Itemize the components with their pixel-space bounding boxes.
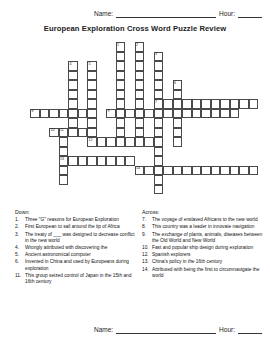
- grid-cell[interactable]: [68, 80, 78, 90]
- name-label: Name:: [94, 326, 113, 334]
- hour-label: Hour:: [219, 326, 235, 334]
- grid-cell[interactable]: [116, 90, 126, 100]
- clue-number: 1: [117, 43, 119, 47]
- clue-number: 4: [70, 62, 72, 66]
- grid-cell[interactable]: [59, 109, 69, 119]
- clue-item-number: 2.: [15, 224, 25, 230]
- grid-cell[interactable]: [68, 90, 78, 100]
- grid-cell[interactable]: [182, 99, 192, 109]
- grid-cell[interactable]: [68, 71, 78, 81]
- clue-item: 2.First European to sail around the tip …: [15, 224, 137, 230]
- name-blank-line[interactable]: [116, 10, 216, 18]
- down-header: Down:: [15, 209, 137, 215]
- clue-item-text: First European to sail around the tip of…: [25, 224, 137, 230]
- grid-cell[interactable]: [87, 99, 97, 109]
- grid-cell[interactable]: [154, 71, 164, 81]
- grid-cell[interactable]: [163, 99, 173, 109]
- grid-cell[interactable]: [144, 137, 154, 147]
- grid-cell[interactable]: [87, 71, 97, 81]
- clue-item: 4.Wrongly attributed with discovering th…: [15, 245, 137, 251]
- grid-cell[interactable]: [116, 52, 126, 62]
- grid-cell[interactable]: [78, 156, 88, 166]
- grid-cell[interactable]: [239, 99, 249, 109]
- grid-cell[interactable]: 9: [106, 109, 116, 119]
- grid-cell[interactable]: [144, 166, 154, 176]
- crossword-grid: 1234567891011121314: [30, 42, 260, 196]
- clue-number: 9: [108, 109, 110, 113]
- clue-item-number: 11.: [15, 273, 25, 285]
- grid-cell[interactable]: [192, 109, 202, 119]
- grid-cell[interactable]: [49, 109, 59, 119]
- clue-number: 5: [89, 62, 91, 66]
- grid-cell[interactable]: [116, 137, 126, 147]
- grid-cell[interactable]: [40, 109, 50, 119]
- clue-item-text: Ancient astronomical computer: [25, 252, 137, 258]
- clue-item-number: 13.: [142, 259, 152, 265]
- clue-item-text: This country was a leader in innovate na…: [152, 224, 264, 230]
- clue-number: 14: [136, 166, 140, 170]
- grid-cell[interactable]: [163, 166, 173, 176]
- grid-cell[interactable]: 5: [87, 61, 97, 71]
- clue-item-text: The voyage of enslaved Africans to the n…: [152, 217, 264, 223]
- grid-cell[interactable]: [68, 118, 78, 128]
- grid-cell[interactable]: [116, 80, 126, 90]
- clue-item-number: 4.: [15, 245, 25, 251]
- down-clues-section: Down: 1.Three "G" reasons for European E…: [15, 209, 137, 286]
- grid-cell[interactable]: [230, 166, 240, 176]
- grid-cell[interactable]: [201, 166, 211, 176]
- down-clue-list: 1.Three "G" reasons for European Explora…: [15, 217, 137, 285]
- grid-cell[interactable]: [68, 128, 78, 138]
- clue-item-number: 3.: [15, 232, 25, 244]
- clue-item: 3.The treaty of ___ was designed to decr…: [15, 232, 137, 244]
- clue-item: 8.This country was a leader in innovate …: [142, 224, 264, 230]
- clue-item: 10.Fast and popular ship design during e…: [142, 245, 264, 251]
- grid-cell[interactable]: 11: [59, 128, 69, 138]
- grid-cell[interactable]: [201, 99, 211, 109]
- header-id-line: Name: Hour:: [0, 10, 262, 18]
- across-clue-list: 7.The voyage of enslaved Africans to the…: [142, 217, 264, 279]
- clue-number: 3: [155, 52, 157, 56]
- grid-cell[interactable]: [135, 137, 145, 147]
- name-label: Name:: [94, 10, 113, 18]
- grid-cell[interactable]: [135, 118, 145, 128]
- grid-cell[interactable]: [230, 109, 240, 119]
- clue-number: 12: [89, 138, 93, 142]
- worksheet-page: Name: Hour: European Exploration Cross W…: [0, 0, 270, 350]
- grid-cell[interactable]: [87, 156, 97, 166]
- grid-cell[interactable]: [59, 175, 69, 185]
- grid-cell[interactable]: [78, 109, 88, 119]
- grid-cell[interactable]: [135, 80, 145, 90]
- clue-item-text: The treaty of ___ was designed to decrea…: [25, 232, 137, 244]
- grid-cell[interactable]: [154, 137, 164, 147]
- grid-cell[interactable]: [163, 109, 173, 119]
- grid-cell[interactable]: 13: [59, 156, 69, 166]
- clue-item: 12.Spanish explorers: [142, 252, 264, 258]
- clue-item-text: This group seized control of Japan in th…: [25, 273, 137, 285]
- grid-cell[interactable]: [192, 99, 202, 109]
- clue-item-text: The exchange of plants, animals, disease…: [152, 232, 264, 244]
- grid-cell[interactable]: [116, 156, 126, 166]
- grid-cell[interactable]: [220, 99, 230, 109]
- grid-cell[interactable]: [87, 109, 97, 119]
- grid-cell[interactable]: [68, 156, 78, 166]
- clue-item: 11.This group seized control of Japan in…: [15, 273, 137, 285]
- grid-cell[interactable]: [116, 99, 126, 109]
- grid-cell[interactable]: [135, 61, 145, 71]
- grid-cell[interactable]: [97, 137, 107, 147]
- grid-cell[interactable]: [116, 128, 126, 138]
- grid-cell[interactable]: [154, 109, 164, 119]
- grid-cell[interactable]: [106, 156, 116, 166]
- clue-item-text: Fast and popular ship design during expl…: [152, 245, 264, 251]
- grid-cell[interactable]: [173, 109, 183, 119]
- grid-cell[interactable]: 1: [116, 42, 126, 52]
- grid-cell[interactable]: 10: [49, 128, 59, 138]
- grid-cell[interactable]: [125, 137, 135, 147]
- grid-cell[interactable]: [116, 109, 126, 119]
- grid-cell[interactable]: [97, 156, 107, 166]
- clue-item-text: Attributed with being the first to circu…: [152, 267, 264, 279]
- grid-cell[interactable]: [173, 118, 183, 128]
- grid-cell[interactable]: [211, 109, 221, 119]
- grid-cell[interactable]: 7: [154, 99, 164, 109]
- grid-cell[interactable]: [239, 166, 249, 176]
- grid-cell[interactable]: [135, 52, 145, 62]
- clue-item-number: 6.: [15, 259, 25, 271]
- clue-item: 1.Three "G" reasons for European Explora…: [15, 217, 137, 223]
- grid-cell[interactable]: 12: [87, 137, 97, 147]
- clue-number: 6: [174, 81, 176, 85]
- clue-item: 5.Ancient astronomical computer: [15, 252, 137, 258]
- grid-cell[interactable]: [154, 118, 164, 128]
- grid-cell[interactable]: [173, 166, 183, 176]
- clue-item-number: 12.: [142, 252, 152, 258]
- grid-cell[interactable]: [154, 61, 164, 71]
- grid-cell[interactable]: [201, 109, 211, 119]
- grid-cell[interactable]: [116, 61, 126, 71]
- across-clues-section: Across: 7.The voyage of enslaved African…: [142, 209, 264, 280]
- grid-cell[interactable]: 6: [173, 80, 183, 90]
- clue-item: 6.Invented in China and used by European…: [15, 259, 137, 271]
- hour-label: Hour:: [219, 10, 235, 18]
- clue-item: 7.The voyage of enslaved Africans to the…: [142, 217, 264, 223]
- grid-cell[interactable]: [116, 118, 126, 128]
- grid-cell[interactable]: [173, 99, 183, 109]
- clue-item-text: Invented in China and used by Europeans …: [25, 259, 137, 271]
- grid-cell[interactable]: [59, 147, 69, 157]
- grid-cell[interactable]: [135, 128, 145, 138]
- grid-cell[interactable]: [154, 80, 164, 90]
- grid-cell[interactable]: [154, 185, 164, 195]
- clue-item-number: 10.: [142, 245, 152, 251]
- grid-cell[interactable]: [68, 109, 78, 119]
- grid-cell[interactable]: [154, 90, 164, 100]
- clue-item-text: China's policy in the 16th century: [152, 259, 264, 265]
- grid-cell[interactable]: [125, 156, 135, 166]
- grid-cell[interactable]: [59, 166, 69, 176]
- grid-cell[interactable]: [135, 109, 145, 119]
- name-blank-line[interactable]: [116, 326, 216, 334]
- grid-cell[interactable]: [154, 147, 164, 157]
- clue-item: 9.The exchange of plants, animals, disea…: [142, 232, 264, 244]
- grid-cell[interactable]: [192, 166, 202, 176]
- clue-item-number: 5.: [15, 252, 25, 258]
- clue-item: 14.Attributed with being the first to ci…: [142, 267, 264, 279]
- grid-cell[interactable]: [211, 99, 221, 109]
- grid-cell[interactable]: [78, 128, 88, 138]
- grid-cell[interactable]: [173, 137, 183, 147]
- grid-cell[interactable]: 4: [68, 61, 78, 71]
- clue-item-text: Spanish explorers: [152, 252, 264, 258]
- grid-cell[interactable]: [144, 109, 154, 119]
- grid-cell[interactable]: [230, 99, 240, 109]
- grid-cell[interactable]: [249, 99, 259, 109]
- grid-cell[interactable]: [135, 90, 145, 100]
- grid-cell[interactable]: [182, 166, 192, 176]
- clue-item-text: Three "G" reasons for European Explorati…: [25, 217, 137, 223]
- clue-item-number: 1.: [15, 217, 25, 223]
- grid-cell[interactable]: [87, 90, 97, 100]
- clue-item-number: 14.: [142, 267, 152, 279]
- clue-item-number: 9.: [142, 232, 152, 244]
- grid-cell[interactable]: [220, 166, 230, 176]
- grid-cell[interactable]: [116, 71, 126, 81]
- grid-cell[interactable]: 8: [30, 109, 40, 119]
- clue-number: 11: [60, 128, 64, 132]
- grid-cell[interactable]: [87, 128, 97, 138]
- clue-item-number: 8.: [142, 224, 152, 230]
- grid-cell[interactable]: [135, 99, 145, 109]
- clue-number: 13: [60, 157, 64, 161]
- grid-cell[interactable]: [220, 109, 230, 119]
- grid-cell[interactable]: 3: [154, 52, 164, 62]
- grid-cell[interactable]: [154, 175, 164, 185]
- clue-number: 2: [136, 43, 138, 47]
- grid-cell[interactable]: [211, 166, 221, 176]
- grid-cell[interactable]: [68, 99, 78, 109]
- grid-cell[interactable]: [125, 109, 135, 119]
- grid-cell[interactable]: [173, 128, 183, 138]
- clue-item-number: 7.: [142, 217, 152, 223]
- grid-cell[interactable]: [135, 71, 145, 81]
- grid-cell[interactable]: [87, 80, 97, 90]
- hour-blank-line[interactable]: [238, 10, 262, 18]
- grid-cell[interactable]: [173, 90, 183, 100]
- across-header: Across:: [142, 209, 264, 215]
- grid-cell[interactable]: [154, 156, 164, 166]
- grid-cell[interactable]: [249, 166, 259, 176]
- clue-number: 8: [32, 109, 34, 113]
- grid-cell[interactable]: [87, 118, 97, 128]
- grid-cell[interactable]: 14: [135, 166, 145, 176]
- clue-number: 10: [51, 128, 55, 132]
- grid-cell[interactable]: 2: [135, 42, 145, 52]
- grid-cell[interactable]: [154, 166, 164, 176]
- footer-id-line: Name: Hour:: [0, 326, 262, 334]
- grid-cell[interactable]: [106, 137, 116, 147]
- clue-number: 7: [155, 100, 157, 104]
- puzzle-title: European Exploration Cross Word Puzzle R…: [0, 24, 270, 33]
- clue-item-text: Wrongly attributed with discovering the: [25, 245, 137, 251]
- grid-cell[interactable]: [59, 137, 69, 147]
- clue-item: 13.China's policy in the 16th century: [142, 259, 264, 265]
- grid-cell[interactable]: [182, 109, 192, 119]
- hour-blank-line[interactable]: [238, 326, 262, 334]
- grid-cell[interactable]: [154, 128, 164, 138]
